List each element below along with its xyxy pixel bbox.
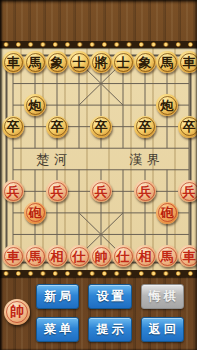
board-piece[interactable]: 馬 — [156, 51, 178, 73]
board-piece[interactable]: 將 — [90, 51, 112, 73]
piece-char: 兵 — [7, 185, 20, 198]
stud-row-top — [0, 41, 197, 48]
board-piece[interactable]: 炮 — [156, 94, 178, 116]
piece-char: 兵 — [183, 185, 196, 198]
piece-char: 炮 — [161, 99, 174, 112]
board-grid — [0, 48, 197, 270]
board-piece[interactable]: 仕 — [68, 245, 90, 267]
board-piece[interactable]: 士 — [68, 51, 90, 73]
board-piece[interactable]: 相 — [134, 245, 156, 267]
piece-char: 砲 — [29, 206, 42, 219]
piece-char: 馬 — [161, 250, 174, 263]
piece-char: 帥 — [95, 250, 108, 263]
piece-char: 車 — [7, 250, 20, 263]
piece-char: 兵 — [51, 185, 64, 198]
button-panel: 新局 设置 悔棋 菜单 提示 返回 — [36, 284, 184, 342]
piece-char: 相 — [51, 250, 64, 263]
piece-char: 馬 — [29, 250, 42, 263]
piece-char: 象 — [51, 56, 64, 69]
piece-char: 車 — [183, 250, 196, 263]
piece-char: 卒 — [51, 120, 64, 133]
board-piece[interactable]: 兵 — [178, 180, 197, 202]
piece-char: 車 — [183, 56, 196, 69]
board-piece[interactable]: 象 — [46, 51, 68, 73]
hint-button[interactable]: 提示 — [88, 317, 131, 342]
board-piece[interactable]: 車 — [2, 51, 24, 73]
xiangqi-board[interactable]: 楚河 漢界 車馬象士將士象馬車炮炮卒卒卒卒卒兵兵兵兵兵砲砲車馬相仕帥仕相馬車 — [0, 48, 197, 270]
board-piece[interactable]: 帥 — [90, 245, 112, 267]
board-piece[interactable]: 卒 — [46, 116, 68, 138]
piece-char: 士 — [73, 56, 86, 69]
board-piece[interactable]: 象 — [134, 51, 156, 73]
piece-char: 仕 — [73, 250, 86, 263]
piece-char: 卒 — [95, 120, 108, 133]
piece-char: 仕 — [117, 250, 130, 263]
turn-indicator: 帥 — [4, 299, 30, 325]
menu-button[interactable]: 菜单 — [36, 317, 79, 342]
river-label-right: 漢界 — [129, 151, 165, 169]
xiangqi-app: 楚河 漢界 車馬象士將士象馬車炮炮卒卒卒卒卒兵兵兵兵兵砲砲車馬相仕帥仕相馬車 帥… — [0, 0, 197, 350]
piece-char: 馬 — [161, 56, 174, 69]
turn-indicator-char: 帥 — [10, 303, 24, 321]
board-piece[interactable]: 炮 — [24, 94, 46, 116]
piece-char: 卒 — [139, 120, 152, 133]
river-label-left: 楚河 — [36, 151, 72, 169]
undo-button[interactable]: 悔棋 — [141, 284, 184, 309]
piece-char: 砲 — [161, 206, 174, 219]
board-piece[interactable]: 卒 — [178, 116, 197, 138]
board-piece[interactable]: 卒 — [2, 116, 24, 138]
board-piece[interactable]: 卒 — [134, 116, 156, 138]
piece-char: 卒 — [7, 120, 20, 133]
board-piece[interactable]: 車 — [178, 51, 197, 73]
board-piece[interactable]: 仕 — [112, 245, 134, 267]
stud-row-bottom — [0, 270, 197, 277]
piece-char: 卒 — [183, 120, 196, 133]
piece-char: 象 — [139, 56, 152, 69]
board-piece[interactable]: 馬 — [24, 245, 46, 267]
board-piece[interactable]: 車 — [178, 245, 197, 267]
piece-char: 馬 — [29, 56, 42, 69]
back-button[interactable]: 返回 — [141, 317, 184, 342]
new-game-button[interactable]: 新局 — [36, 284, 79, 309]
piece-char: 兵 — [139, 185, 152, 198]
board-piece[interactable]: 士 — [112, 51, 134, 73]
board-piece[interactable]: 砲 — [24, 202, 46, 224]
piece-char: 車 — [7, 56, 20, 69]
board-piece[interactable]: 馬 — [24, 51, 46, 73]
board-piece[interactable]: 砲 — [156, 202, 178, 224]
piece-char: 炮 — [29, 99, 42, 112]
board-piece[interactable]: 相 — [46, 245, 68, 267]
board-piece[interactable]: 卒 — [90, 116, 112, 138]
piece-char: 將 — [95, 56, 108, 69]
piece-char: 士 — [117, 56, 130, 69]
settings-button[interactable]: 设置 — [88, 284, 131, 309]
board-piece[interactable]: 車 — [2, 245, 24, 267]
piece-char: 兵 — [95, 185, 108, 198]
piece-char: 相 — [139, 250, 152, 263]
board-piece[interactable]: 馬 — [156, 245, 178, 267]
